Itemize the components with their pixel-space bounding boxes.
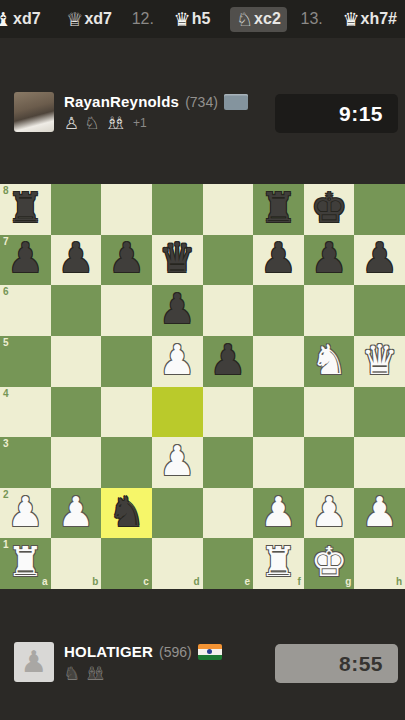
piece-black-pawn[interactable]: ♟	[209, 340, 246, 381]
piece-black-pawn[interactable]: ♟	[108, 238, 145, 279]
square-d2[interactable]	[152, 488, 203, 539]
square-c1[interactable]: c	[101, 538, 152, 589]
queen-figurine-icon: ♛	[174, 10, 191, 29]
move-item-queen-h5[interactable]: ♛h5	[168, 7, 217, 32]
square-e8[interactable]	[203, 184, 254, 235]
piece-white-pawn[interactable]: ♟	[361, 492, 398, 533]
bottom-player-clock: 8:55	[275, 644, 398, 683]
piece-white-queen[interactable]: ♛	[361, 340, 398, 381]
move-text: h5	[192, 10, 211, 28]
file-label-d: d	[193, 577, 199, 587]
square-d8[interactable]	[152, 184, 203, 235]
piece-black-knight[interactable]: ♞	[108, 492, 145, 533]
square-a2[interactable]: 2♟	[0, 488, 51, 539]
piece-black-pawn[interactable]: ♟	[159, 289, 196, 330]
square-f6[interactable]	[253, 285, 304, 336]
square-h7[interactable]: ♟	[354, 235, 405, 286]
piece-black-pawn[interactable]: ♟	[361, 238, 398, 279]
move-item-knight-xc2[interactable]: ♘xc2	[230, 7, 287, 32]
file-label-e: e	[245, 577, 251, 587]
chess-board[interactable]: 8♜♜♚7♟♟♟♛♟♟♟6♟5♟♟♞♛43♟2♟♟♞♟♟♟1a♜bcdef♜g♚…	[0, 184, 405, 589]
square-d1[interactable]: d	[152, 538, 203, 589]
square-c4[interactable]	[101, 387, 152, 438]
top-player-rating: (734)	[185, 94, 218, 110]
square-b5[interactable]	[51, 336, 102, 387]
piece-black-rook[interactable]: ♜	[260, 188, 297, 229]
move-item-bishop-xd7[interactable]: ♝xd7	[0, 7, 47, 32]
top-player-avatar[interactable]	[14, 92, 54, 132]
knight-figurine-icon: ♘	[236, 10, 253, 29]
square-d3[interactable]: ♟	[152, 437, 203, 488]
captured-white-pieces-icon: ♘	[84, 115, 99, 132]
square-h3[interactable]	[354, 437, 405, 488]
top-player-row: RayanReynolds (734) ♙♘♗♗+1 9:15	[0, 92, 405, 140]
piece-white-pawn[interactable]: ♟	[159, 441, 196, 482]
piece-black-pawn[interactable]: ♟	[58, 238, 95, 279]
move-list-bar: ♝xd7♕xd712.♛h5♘xc213.♛xh7#	[0, 0, 405, 38]
bottom-player-row: ♟ HOLATIGER (596) ♞♝♝ 8:55	[0, 642, 405, 690]
square-a6[interactable]: 6	[0, 285, 51, 336]
square-g1[interactable]: g♚	[304, 538, 355, 589]
move-item-queen-xd7[interactable]: ♕xd7	[60, 7, 118, 32]
square-f3[interactable]	[253, 437, 304, 488]
file-label-h: h	[396, 577, 402, 587]
square-f7[interactable]: ♟	[253, 235, 304, 286]
square-a7[interactable]: 7♟	[0, 235, 51, 286]
piece-white-pawn[interactable]: ♟	[159, 340, 196, 381]
piece-white-pawn[interactable]: ♟	[58, 492, 95, 533]
piece-white-knight[interactable]: ♞	[311, 340, 348, 381]
captured-black-pieces-icon: ♝♝	[84, 665, 107, 682]
square-h6[interactable]	[354, 285, 405, 336]
square-a4[interactable]: 4	[0, 387, 51, 438]
square-g4[interactable]	[304, 387, 355, 438]
india-flag-icon	[198, 644, 222, 660]
piece-white-rook[interactable]: ♜	[7, 542, 44, 583]
top-player-name[interactable]: RayanReynolds	[64, 93, 179, 110]
square-b8[interactable]	[51, 184, 102, 235]
square-e6[interactable]	[203, 285, 254, 336]
square-h8[interactable]	[354, 184, 405, 235]
default-pawn-avatar-icon: ♟	[21, 647, 48, 677]
square-f1[interactable]: f♜	[253, 538, 304, 589]
square-c3[interactable]	[101, 437, 152, 488]
rank-label-4: 4	[3, 389, 9, 399]
square-f4[interactable]	[253, 387, 304, 438]
piece-black-queen[interactable]: ♛	[159, 238, 196, 279]
bottom-player-rating: (596)	[159, 644, 192, 660]
square-f5[interactable]	[253, 336, 304, 387]
square-d6[interactable]: ♟	[152, 285, 203, 336]
top-player-flag-icon	[224, 94, 248, 110]
square-b4[interactable]	[51, 387, 102, 438]
square-d7[interactable]: ♛	[152, 235, 203, 286]
square-h2[interactable]: ♟	[354, 488, 405, 539]
piece-black-king[interactable]: ♚	[311, 188, 348, 229]
piece-black-pawn[interactable]: ♟	[260, 238, 297, 279]
rank-label-5: 5	[3, 338, 9, 348]
square-g7[interactable]: ♟	[304, 235, 355, 286]
bottom-player-avatar[interactable]: ♟	[14, 642, 54, 682]
square-e2[interactable]	[203, 488, 254, 539]
square-g5[interactable]: ♞	[304, 336, 355, 387]
square-h5[interactable]: ♛	[354, 336, 405, 387]
square-f2[interactable]: ♟	[253, 488, 304, 539]
piece-white-pawn[interactable]: ♟	[7, 492, 44, 533]
square-c5[interactable]	[101, 336, 152, 387]
square-h4[interactable]	[354, 387, 405, 438]
captured-white-pieces-icon: ♗♗	[105, 115, 128, 132]
queen-figurine-icon: ♕	[66, 10, 83, 29]
square-e5[interactable]: ♟	[203, 336, 254, 387]
square-g6[interactable]	[304, 285, 355, 336]
move-number: 12.	[132, 10, 154, 28]
piece-black-rook[interactable]: ♜	[7, 188, 44, 229]
file-label-c: c	[143, 577, 149, 587]
square-b2[interactable]: ♟	[51, 488, 102, 539]
piece-black-pawn[interactable]: ♟	[7, 238, 44, 279]
square-b7[interactable]: ♟	[51, 235, 102, 286]
move-number: 13.	[300, 10, 322, 28]
square-a1[interactable]: 1a♜	[0, 538, 51, 589]
file-label-f: f	[297, 577, 300, 587]
captured-black-pieces-icon: ♞	[64, 665, 79, 682]
move-text: xc2	[254, 10, 281, 28]
square-a8[interactable]: 8♜	[0, 184, 51, 235]
move-text: xd7	[13, 10, 41, 28]
piece-black-pawn[interactable]: ♟	[311, 238, 348, 279]
top-player-clock: 9:15	[275, 94, 398, 133]
square-d5[interactable]: ♟	[152, 336, 203, 387]
square-c2[interactable]: ♞	[101, 488, 152, 539]
file-label-b: b	[92, 577, 98, 587]
square-e4[interactable]	[203, 387, 254, 438]
rank-label-3: 3	[3, 439, 9, 449]
piece-white-king[interactable]: ♚	[311, 542, 348, 583]
top-player-captured-pieces: ♙♘♗♗+1	[64, 114, 147, 132]
bishop-figurine-icon: ♝	[0, 10, 12, 29]
square-e7[interactable]	[203, 235, 254, 286]
rank-label-6: 6	[3, 287, 9, 297]
move-item-queen-xh7mate[interactable]: ♛xh7#	[336, 7, 403, 32]
square-c7[interactable]: ♟	[101, 235, 152, 286]
square-b1[interactable]: b	[51, 538, 102, 589]
square-g8[interactable]: ♚	[304, 184, 355, 235]
square-e3[interactable]	[203, 437, 254, 488]
piece-white-rook[interactable]: ♜	[260, 542, 297, 583]
square-a5[interactable]: 5	[0, 336, 51, 387]
square-h1[interactable]: h	[354, 538, 405, 589]
square-b6[interactable]	[51, 285, 102, 336]
square-b3[interactable]	[51, 437, 102, 488]
bottom-player-captured-pieces: ♞♝♝	[64, 664, 107, 682]
queen-figurine-icon: ♛	[342, 10, 359, 29]
square-g3[interactable]	[304, 437, 355, 488]
square-e1[interactable]: e	[203, 538, 254, 589]
square-c6[interactable]	[101, 285, 152, 336]
piece-white-pawn[interactable]: ♟	[311, 492, 348, 533]
square-d4[interactable]	[152, 387, 203, 438]
piece-white-pawn[interactable]: ♟	[260, 492, 297, 533]
square-g2[interactable]: ♟	[304, 488, 355, 539]
move-text: xh7#	[360, 10, 396, 28]
captured-white-pieces-icon: ♙	[64, 115, 79, 132]
square-c8[interactable]	[101, 184, 152, 235]
move-text: xd7	[84, 10, 112, 28]
bottom-player-name[interactable]: HOLATIGER	[64, 643, 153, 660]
material-score: +1	[133, 116, 147, 130]
square-a3[interactable]: 3	[0, 437, 51, 488]
square-f8[interactable]: ♜	[253, 184, 304, 235]
